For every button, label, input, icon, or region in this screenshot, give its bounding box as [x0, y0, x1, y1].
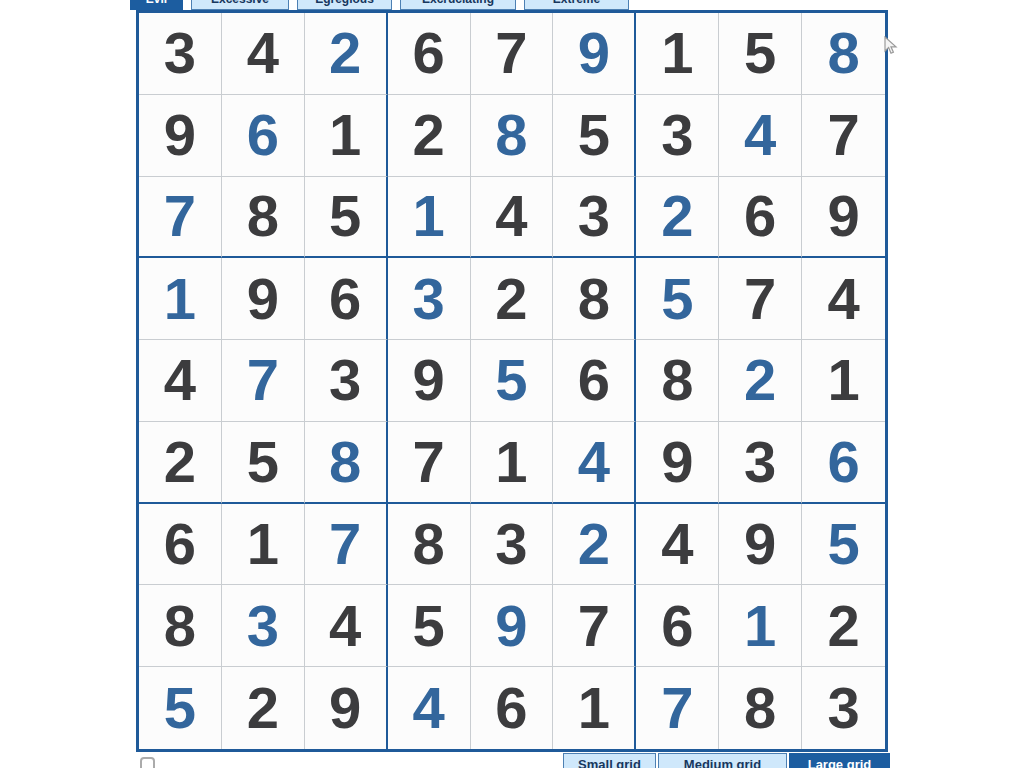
cell-digit: 7 [827, 106, 859, 164]
cell-digit: 9 [495, 597, 527, 655]
cell-r7c9[interactable]: 5 [802, 504, 885, 586]
cell-digit: 7 [164, 187, 196, 245]
cell-digit: 3 [495, 515, 527, 573]
cell-r2c3[interactable]: 1 [305, 95, 388, 177]
cell-digit: 1 [827, 351, 859, 409]
cell-r4c8[interactable]: 7 [719, 258, 802, 340]
cell-r2c1[interactable]: 9 [139, 95, 222, 177]
cell-digit: 6 [495, 679, 527, 737]
cell-digit: 9 [744, 515, 776, 573]
cell-digit: 5 [247, 433, 279, 491]
cell-digit: 8 [744, 679, 776, 737]
tab-excessive[interactable]: Excessive [191, 0, 289, 10]
cell-r7c4[interactable]: 8 [388, 504, 471, 586]
sudoku-page: EvilExcessiveEgregiousExcruciatingExtrem… [0, 0, 1024, 768]
cell-digit: 7 [578, 597, 610, 655]
cell-digit: 8 [247, 187, 279, 245]
cell-digit: 8 [412, 515, 444, 573]
tab-egregious[interactable]: Egregious [297, 0, 392, 10]
cell-digit: 8 [661, 351, 693, 409]
cell-r5c4[interactable]: 9 [388, 340, 471, 422]
cell-digit: 6 [412, 24, 444, 82]
cell-digit: 9 [412, 351, 444, 409]
small-grid-button[interactable]: Small grid [563, 753, 656, 768]
cell-r5c1[interactable]: 4 [139, 340, 222, 422]
cell-digit: 9 [329, 679, 361, 737]
cell-r2c2[interactable]: 6 [222, 95, 305, 177]
cell-digit: 7 [412, 433, 444, 491]
cell-digit: 2 [578, 515, 610, 573]
footer-checkbox[interactable] [140, 757, 155, 768]
cell-digit: 5 [578, 106, 610, 164]
cell-digit: 3 [578, 187, 610, 245]
cell-r8c4[interactable]: 5 [388, 585, 471, 667]
cell-r7c3[interactable]: 7 [305, 504, 388, 586]
cell-r3c6[interactable]: 3 [553, 177, 636, 259]
tab-evil[interactable]: Evil [130, 0, 183, 10]
cell-r4c6[interactable]: 8 [553, 258, 636, 340]
cell-digit: 9 [247, 270, 279, 328]
cell-r1c2[interactable]: 4 [222, 13, 305, 95]
cell-digit: 2 [164, 433, 196, 491]
cell-r3c8[interactable]: 6 [719, 177, 802, 259]
cell-r7c1[interactable]: 6 [139, 504, 222, 586]
cell-r9c1[interactable]: 5 [139, 667, 222, 749]
cell-digit: 1 [661, 24, 693, 82]
cell-digit: 2 [412, 106, 444, 164]
cell-r8c9[interactable]: 2 [802, 585, 885, 667]
cell-digit: 3 [661, 106, 693, 164]
cell-digit: 4 [661, 515, 693, 573]
cell-r7c6[interactable]: 2 [553, 504, 636, 586]
cell-r3c7[interactable]: 2 [636, 177, 719, 259]
cell-digit: 2 [661, 187, 693, 245]
cell-r3c3[interactable]: 5 [305, 177, 388, 259]
cell-r3c5[interactable]: 4 [471, 177, 554, 259]
cell-digit: 5 [744, 24, 776, 82]
cell-digit: 2 [827, 597, 859, 655]
cell-r7c8[interactable]: 9 [719, 504, 802, 586]
cell-digit: 3 [247, 597, 279, 655]
cell-r9c6[interactable]: 1 [553, 667, 636, 749]
cell-r5c2[interactable]: 7 [222, 340, 305, 422]
cell-digit: 6 [247, 106, 279, 164]
cell-digit: 2 [247, 679, 279, 737]
cell-r5c6[interactable]: 6 [553, 340, 636, 422]
cell-digit: 3 [329, 351, 361, 409]
cell-r2c6[interactable]: 5 [553, 95, 636, 177]
cell-r6c6[interactable]: 4 [553, 422, 636, 504]
cell-digit: 7 [495, 24, 527, 82]
sudoku-board: 3426791589612853477851432691963285744739… [136, 10, 888, 752]
cell-r1c3[interactable]: 2 [305, 13, 388, 95]
cell-digit: 5 [495, 351, 527, 409]
cell-digit: 4 [578, 433, 610, 491]
cell-digit: 8 [329, 433, 361, 491]
cell-r5c3[interactable]: 3 [305, 340, 388, 422]
cell-digit: 3 [164, 24, 196, 82]
cell-r1c9[interactable]: 8 [802, 13, 885, 95]
cell-digit: 3 [827, 679, 859, 737]
cell-r8c7[interactable]: 6 [636, 585, 719, 667]
cell-digit: 2 [329, 24, 361, 82]
cell-digit: 4 [412, 679, 444, 737]
cell-r1c4[interactable]: 6 [388, 13, 471, 95]
cell-digit: 4 [495, 187, 527, 245]
cell-r5c8[interactable]: 2 [719, 340, 802, 422]
cell-r3c4[interactable]: 1 [388, 177, 471, 259]
cell-r8c5[interactable]: 9 [471, 585, 554, 667]
cell-r2c7[interactable]: 3 [636, 95, 719, 177]
cell-digit: 1 [578, 679, 610, 737]
cell-r9c5[interactable]: 6 [471, 667, 554, 749]
cell-digit: 7 [247, 351, 279, 409]
cell-r1c6[interactable]: 9 [553, 13, 636, 95]
cell-r2c8[interactable]: 4 [719, 95, 802, 177]
cell-digit: 8 [578, 270, 610, 328]
cell-r6c7[interactable]: 9 [636, 422, 719, 504]
difficulty-tabbar: EvilExcessiveEgregiousExcruciatingExtrem… [130, 0, 629, 10]
cell-digit: 6 [164, 515, 196, 573]
cell-digit: 2 [495, 270, 527, 328]
cell-r1c7[interactable]: 1 [636, 13, 719, 95]
cell-r8c6[interactable]: 7 [553, 585, 636, 667]
cell-r4c2[interactable]: 9 [222, 258, 305, 340]
cell-digit: 6 [578, 351, 610, 409]
cell-digit: 8 [164, 597, 196, 655]
cell-digit: 8 [827, 24, 859, 82]
cell-r2c5[interactable]: 8 [471, 95, 554, 177]
cell-r3c9[interactable]: 9 [802, 177, 885, 259]
cell-r9c4[interactable]: 4 [388, 667, 471, 749]
cell-digit: 6 [744, 187, 776, 245]
tab-extreme[interactable]: Extreme [524, 0, 629, 10]
cell-digit: 1 [412, 187, 444, 245]
cell-r6c9[interactable]: 6 [802, 422, 885, 504]
cell-r9c8[interactable]: 8 [719, 667, 802, 749]
cell-digit: 4 [744, 106, 776, 164]
cell-r4c4[interactable]: 3 [388, 258, 471, 340]
cell-digit: 1 [495, 433, 527, 491]
cell-r6c5[interactable]: 1 [471, 422, 554, 504]
cell-digit: 8 [495, 106, 527, 164]
cell-r4c3[interactable]: 6 [305, 258, 388, 340]
cell-digit: 9 [578, 24, 610, 82]
cell-digit: 5 [412, 597, 444, 655]
cell-digit: 1 [247, 515, 279, 573]
cell-r5c7[interactable]: 8 [636, 340, 719, 422]
cell-digit: 9 [661, 433, 693, 491]
cell-digit: 7 [329, 515, 361, 573]
cell-digit: 4 [329, 597, 361, 655]
cell-digit: 5 [827, 515, 859, 573]
cell-digit: 3 [412, 270, 444, 328]
cell-r6c4[interactable]: 7 [388, 422, 471, 504]
cell-digit: 1 [329, 106, 361, 164]
cell-digit: 5 [329, 187, 361, 245]
cell-digit: 4 [164, 351, 196, 409]
cell-digit: 5 [164, 679, 196, 737]
cell-r7c2[interactable]: 1 [222, 504, 305, 586]
cell-r6c2[interactable]: 5 [222, 422, 305, 504]
cell-r7c7[interactable]: 4 [636, 504, 719, 586]
cell-r9c7[interactable]: 7 [636, 667, 719, 749]
large-grid-button[interactable]: Large grid [789, 753, 890, 768]
cell-r5c9[interactable]: 1 [802, 340, 885, 422]
cell-r9c9[interactable]: 3 [802, 667, 885, 749]
cell-digit: 1 [744, 597, 776, 655]
cell-r1c1[interactable]: 3 [139, 13, 222, 95]
cell-r2c4[interactable]: 2 [388, 95, 471, 177]
cell-r8c1[interactable]: 8 [139, 585, 222, 667]
cell-r8c2[interactable]: 3 [222, 585, 305, 667]
cell-r4c9[interactable]: 4 [802, 258, 885, 340]
cell-digit: 7 [744, 270, 776, 328]
cell-r5c5[interactable]: 5 [471, 340, 554, 422]
cell-r8c3[interactable]: 4 [305, 585, 388, 667]
cell-r9c2[interactable]: 2 [222, 667, 305, 749]
cell-digit: 6 [827, 433, 859, 491]
cell-digit: 9 [164, 106, 196, 164]
cell-r1c8[interactable]: 5 [719, 13, 802, 95]
cell-digit: 6 [661, 597, 693, 655]
cell-digit: 4 [827, 270, 859, 328]
cell-digit: 7 [661, 679, 693, 737]
cell-r1c5[interactable]: 7 [471, 13, 554, 95]
cell-r4c7[interactable]: 5 [636, 258, 719, 340]
cell-r6c3[interactable]: 8 [305, 422, 388, 504]
cell-r4c1[interactable]: 1 [139, 258, 222, 340]
tab-excruciating[interactable]: Excruciating [400, 0, 516, 10]
cell-digit: 4 [247, 24, 279, 82]
cell-digit: 9 [827, 187, 859, 245]
cell-digit: 3 [744, 433, 776, 491]
medium-grid-button[interactable]: Medium grid [658, 753, 787, 768]
cell-r6c8[interactable]: 3 [719, 422, 802, 504]
cell-r3c2[interactable]: 8 [222, 177, 305, 259]
cell-r4c5[interactable]: 2 [471, 258, 554, 340]
cell-digit: 6 [329, 270, 361, 328]
cell-r6c1[interactable]: 2 [139, 422, 222, 504]
cell-digit: 2 [744, 351, 776, 409]
cell-r2c9[interactable]: 7 [802, 95, 885, 177]
cell-r3c1[interactable]: 7 [139, 177, 222, 259]
cell-digit: 1 [164, 270, 196, 328]
cell-digit: 5 [661, 270, 693, 328]
cell-r8c8[interactable]: 1 [719, 585, 802, 667]
cell-r9c3[interactable]: 9 [305, 667, 388, 749]
cell-r7c5[interactable]: 3 [471, 504, 554, 586]
